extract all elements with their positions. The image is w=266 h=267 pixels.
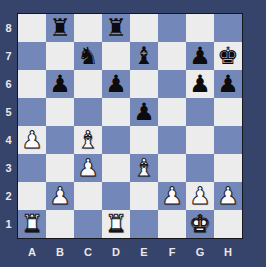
chess-board: ♜♜♞♝♟♚♟♟♟♟♟♟♝♟♝♟♟♟♟♜♜♚ bbox=[17, 13, 243, 239]
square-h8[interactable] bbox=[214, 14, 242, 42]
square-d3[interactable] bbox=[102, 154, 130, 182]
square-c1[interactable] bbox=[74, 210, 102, 238]
square-f4[interactable] bbox=[158, 126, 186, 154]
file-label-a: A bbox=[18, 243, 46, 261]
square-h3[interactable] bbox=[214, 154, 242, 182]
square-a6[interactable] bbox=[18, 70, 46, 98]
square-g5[interactable] bbox=[186, 98, 214, 126]
white-rook[interactable]: ♜ bbox=[21, 210, 43, 238]
square-a2[interactable] bbox=[18, 182, 46, 210]
square-b6[interactable]: ♟ bbox=[46, 70, 74, 98]
white-bishop[interactable]: ♝ bbox=[77, 126, 99, 154]
square-a8[interactable] bbox=[18, 14, 46, 42]
square-h1[interactable] bbox=[214, 210, 242, 238]
square-e6[interactable] bbox=[130, 70, 158, 98]
rank-label-6: 6 bbox=[0, 70, 17, 98]
black-pawn[interactable]: ♟ bbox=[189, 42, 211, 70]
white-pawn[interactable]: ♟ bbox=[21, 126, 43, 154]
white-pawn[interactable]: ♟ bbox=[49, 182, 71, 210]
square-g1[interactable]: ♚ bbox=[186, 210, 214, 238]
black-pawn[interactable]: ♟ bbox=[133, 98, 155, 126]
white-pawn[interactable]: ♟ bbox=[217, 182, 239, 210]
black-pawn[interactable]: ♟ bbox=[49, 70, 71, 98]
square-d8[interactable]: ♜ bbox=[102, 14, 130, 42]
rank-label-3: 3 bbox=[0, 154, 17, 182]
square-g3[interactable] bbox=[186, 154, 214, 182]
white-pawn[interactable]: ♟ bbox=[77, 154, 99, 182]
square-e8[interactable] bbox=[130, 14, 158, 42]
square-e5[interactable]: ♟ bbox=[130, 98, 158, 126]
black-rook[interactable]: ♜ bbox=[105, 14, 127, 42]
rank-label-7: 7 bbox=[0, 42, 17, 70]
square-c4[interactable]: ♝ bbox=[74, 126, 102, 154]
square-a5[interactable] bbox=[18, 98, 46, 126]
square-b8[interactable]: ♜ bbox=[46, 14, 74, 42]
square-e4[interactable] bbox=[130, 126, 158, 154]
file-labels: ABCDEFGH bbox=[18, 243, 242, 261]
black-king[interactable]: ♚ bbox=[217, 42, 239, 70]
square-d5[interactable] bbox=[102, 98, 130, 126]
square-h6[interactable]: ♟ bbox=[214, 70, 242, 98]
square-d1[interactable]: ♜ bbox=[102, 210, 130, 238]
rank-label-5: 5 bbox=[0, 98, 17, 126]
rank-labels: 87654321 bbox=[0, 14, 17, 238]
file-label-h: H bbox=[214, 243, 242, 261]
black-bishop[interactable]: ♝ bbox=[133, 42, 155, 70]
rank-label-8: 8 bbox=[0, 14, 17, 42]
square-e2[interactable] bbox=[130, 182, 158, 210]
square-g7[interactable]: ♟ bbox=[186, 42, 214, 70]
square-h5[interactable] bbox=[214, 98, 242, 126]
square-d7[interactable] bbox=[102, 42, 130, 70]
file-label-c: C bbox=[74, 243, 102, 261]
square-c2[interactable] bbox=[74, 182, 102, 210]
white-bishop[interactable]: ♝ bbox=[133, 154, 155, 182]
white-pawn[interactable]: ♟ bbox=[189, 182, 211, 210]
rank-label-4: 4 bbox=[0, 126, 17, 154]
square-e7[interactable]: ♝ bbox=[130, 42, 158, 70]
chess-board-panel: 87654321 ♜♜♞♝♟♚♟♟♟♟♟♟♝♟♝♟♟♟♟♜♜♚ ABCDEFGH bbox=[0, 0, 266, 267]
black-knight[interactable]: ♞ bbox=[77, 42, 99, 70]
square-g8[interactable] bbox=[186, 14, 214, 42]
square-h7[interactable]: ♚ bbox=[214, 42, 242, 70]
square-b7[interactable] bbox=[46, 42, 74, 70]
black-rook[interactable]: ♜ bbox=[49, 14, 71, 42]
square-e3[interactable]: ♝ bbox=[130, 154, 158, 182]
square-b5[interactable] bbox=[46, 98, 74, 126]
square-a1[interactable]: ♜ bbox=[18, 210, 46, 238]
square-c7[interactable]: ♞ bbox=[74, 42, 102, 70]
white-pawn[interactable]: ♟ bbox=[161, 182, 183, 210]
file-label-g: G bbox=[186, 243, 214, 261]
white-rook[interactable]: ♜ bbox=[105, 210, 127, 238]
square-b4[interactable] bbox=[46, 126, 74, 154]
square-c3[interactable]: ♟ bbox=[74, 154, 102, 182]
square-d2[interactable] bbox=[102, 182, 130, 210]
square-f7[interactable] bbox=[158, 42, 186, 70]
square-f3[interactable] bbox=[158, 154, 186, 182]
white-king[interactable]: ♚ bbox=[189, 210, 211, 238]
square-b1[interactable] bbox=[46, 210, 74, 238]
square-f6[interactable] bbox=[158, 70, 186, 98]
square-f8[interactable] bbox=[158, 14, 186, 42]
square-d4[interactable] bbox=[102, 126, 130, 154]
square-a7[interactable] bbox=[18, 42, 46, 70]
square-a4[interactable]: ♟ bbox=[18, 126, 46, 154]
square-g4[interactable] bbox=[186, 126, 214, 154]
square-f2[interactable]: ♟ bbox=[158, 182, 186, 210]
square-e1[interactable] bbox=[130, 210, 158, 238]
file-label-b: B bbox=[46, 243, 74, 261]
square-g2[interactable]: ♟ bbox=[186, 182, 214, 210]
file-label-f: F bbox=[158, 243, 186, 261]
black-pawn[interactable]: ♟ bbox=[105, 70, 127, 98]
rank-label-2: 2 bbox=[0, 182, 17, 210]
square-d6[interactable]: ♟ bbox=[102, 70, 130, 98]
square-h2[interactable]: ♟ bbox=[214, 182, 242, 210]
square-c8[interactable] bbox=[74, 14, 102, 42]
square-b3[interactable] bbox=[46, 154, 74, 182]
square-a3[interactable] bbox=[18, 154, 46, 182]
file-label-d: D bbox=[102, 243, 130, 261]
file-label-e: E bbox=[130, 243, 158, 261]
square-c5[interactable] bbox=[74, 98, 102, 126]
square-b2[interactable]: ♟ bbox=[46, 182, 74, 210]
black-pawn[interactable]: ♟ bbox=[189, 70, 211, 98]
square-g6[interactable]: ♟ bbox=[186, 70, 214, 98]
black-pawn[interactable]: ♟ bbox=[217, 70, 239, 98]
square-f1[interactable] bbox=[158, 210, 186, 238]
rank-label-1: 1 bbox=[0, 210, 17, 238]
square-f5[interactable] bbox=[158, 98, 186, 126]
square-h4[interactable] bbox=[214, 126, 242, 154]
square-c6[interactable] bbox=[74, 70, 102, 98]
